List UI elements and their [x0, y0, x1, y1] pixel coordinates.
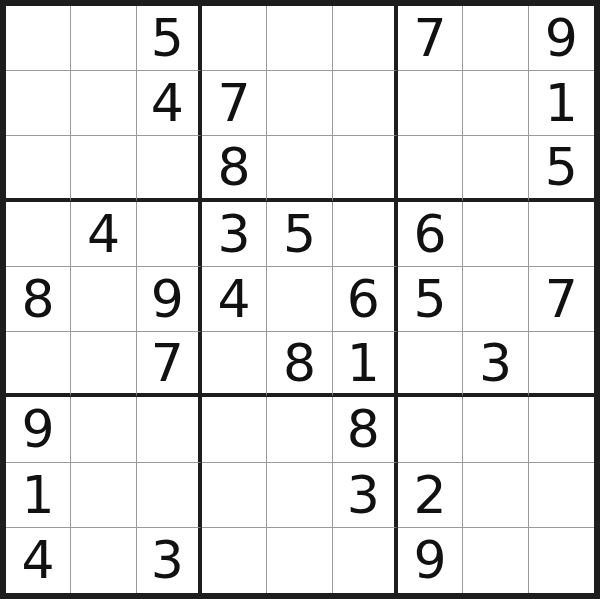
cell-r4c7[interactable]: 6 — [398, 202, 463, 267]
cell-r8c1[interactable]: 1 — [6, 463, 71, 528]
cell-r5c9[interactable]: 7 — [529, 267, 594, 332]
cell-r2c4[interactable]: 7 — [202, 71, 267, 136]
cell-r3c6[interactable] — [333, 136, 398, 201]
cell-r5c5[interactable] — [267, 267, 332, 332]
cell-r6c4[interactable] — [202, 332, 267, 397]
cell-r4c6[interactable] — [333, 202, 398, 267]
cell-r4c5[interactable]: 5 — [267, 202, 332, 267]
cell-r4c2[interactable]: 4 — [71, 202, 136, 267]
cell-r6c6[interactable]: 1 — [333, 332, 398, 397]
cell-r7c8[interactable] — [463, 397, 528, 462]
cell-r4c1[interactable] — [6, 202, 71, 267]
cell-r8c2[interactable] — [71, 463, 136, 528]
cell-r8c8[interactable] — [463, 463, 528, 528]
cell-r9c6[interactable] — [333, 528, 398, 593]
cell-r3c1[interactable] — [6, 136, 71, 201]
cell-r8c6[interactable]: 3 — [333, 463, 398, 528]
cell-r2c5[interactable] — [267, 71, 332, 136]
cell-r2c2[interactable] — [71, 71, 136, 136]
cell-r2c6[interactable] — [333, 71, 398, 136]
cell-r9c1[interactable]: 4 — [6, 528, 71, 593]
cell-r6c3[interactable]: 7 — [137, 332, 202, 397]
cell-r3c4[interactable]: 8 — [202, 136, 267, 201]
cell-r6c5[interactable]: 8 — [267, 332, 332, 397]
cell-r5c2[interactable] — [71, 267, 136, 332]
cell-r7c3[interactable] — [137, 397, 202, 462]
cell-r6c1[interactable] — [6, 332, 71, 397]
cell-r9c9[interactable] — [529, 528, 594, 593]
cell-r1c4[interactable] — [202, 6, 267, 71]
cell-r4c9[interactable] — [529, 202, 594, 267]
cell-r1c9[interactable]: 9 — [529, 6, 594, 71]
cell-r7c6[interactable]: 8 — [333, 397, 398, 462]
cell-r9c8[interactable] — [463, 528, 528, 593]
cell-r1c6[interactable] — [333, 6, 398, 71]
cell-r1c5[interactable] — [267, 6, 332, 71]
cell-r9c5[interactable] — [267, 528, 332, 593]
cell-r8c9[interactable] — [529, 463, 594, 528]
cell-r7c2[interactable] — [71, 397, 136, 462]
cell-r3c7[interactable] — [398, 136, 463, 201]
cell-r6c2[interactable] — [71, 332, 136, 397]
cell-r5c1[interactable]: 8 — [6, 267, 71, 332]
cell-r6c9[interactable] — [529, 332, 594, 397]
cell-r4c3[interactable] — [137, 202, 202, 267]
cell-r1c7[interactable]: 7 — [398, 6, 463, 71]
cell-r5c6[interactable]: 6 — [333, 267, 398, 332]
cell-r7c9[interactable] — [529, 397, 594, 462]
cell-r5c7[interactable]: 5 — [398, 267, 463, 332]
cell-r8c7[interactable]: 2 — [398, 463, 463, 528]
cell-r4c8[interactable] — [463, 202, 528, 267]
cell-r7c1[interactable]: 9 — [6, 397, 71, 462]
sudoku-board: 579471854356894657781398132439 — [0, 0, 600, 599]
cell-r1c2[interactable] — [71, 6, 136, 71]
cell-r9c3[interactable]: 3 — [137, 528, 202, 593]
cell-r1c8[interactable] — [463, 6, 528, 71]
cell-r8c5[interactable] — [267, 463, 332, 528]
cell-r1c3[interactable]: 5 — [137, 6, 202, 71]
cell-r7c7[interactable] — [398, 397, 463, 462]
cell-r4c4[interactable]: 3 — [202, 202, 267, 267]
cell-r2c7[interactable] — [398, 71, 463, 136]
cell-r2c9[interactable]: 1 — [529, 71, 594, 136]
cell-r2c1[interactable] — [6, 71, 71, 136]
cell-r2c3[interactable]: 4 — [137, 71, 202, 136]
cell-r8c3[interactable] — [137, 463, 202, 528]
cell-r1c1[interactable] — [6, 6, 71, 71]
cell-r7c5[interactable] — [267, 397, 332, 462]
cell-r3c9[interactable]: 5 — [529, 136, 594, 201]
cell-r3c3[interactable] — [137, 136, 202, 201]
cell-r2c8[interactable] — [463, 71, 528, 136]
cell-r5c4[interactable]: 4 — [202, 267, 267, 332]
cell-r7c4[interactable] — [202, 397, 267, 462]
cell-r6c7[interactable] — [398, 332, 463, 397]
cell-r9c2[interactable] — [71, 528, 136, 593]
cell-r3c5[interactable] — [267, 136, 332, 201]
cell-r9c4[interactable] — [202, 528, 267, 593]
cell-r8c4[interactable] — [202, 463, 267, 528]
cell-r9c7[interactable]: 9 — [398, 528, 463, 593]
cell-r5c8[interactable] — [463, 267, 528, 332]
cell-r6c8[interactable]: 3 — [463, 332, 528, 397]
cell-r5c3[interactable]: 9 — [137, 267, 202, 332]
cell-r3c2[interactable] — [71, 136, 136, 201]
cell-r3c8[interactable] — [463, 136, 528, 201]
